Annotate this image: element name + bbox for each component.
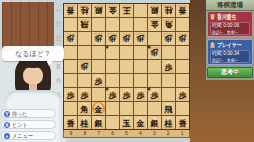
opponent-clock: 時間 0:00:06 秒読/-- 考慮/-- xyxy=(210,22,250,35)
square-2七[interactable] xyxy=(162,88,175,101)
square-6一[interactable]: 金 xyxy=(106,4,119,17)
player-clock: 時間 0:00:34 秒読/-- 考慮/-- xyxy=(210,50,250,63)
square-7三[interactable]: 歩 xyxy=(92,32,105,45)
square-3二[interactable]: 金 xyxy=(148,18,161,31)
square-5六[interactable] xyxy=(120,74,133,87)
square-4八[interactable] xyxy=(134,102,147,115)
file-label: 8 xyxy=(78,130,92,137)
square-5三[interactable]: 歩 xyxy=(120,32,133,45)
square-4五[interactable] xyxy=(134,60,147,73)
square-7八[interactable]: 金 xyxy=(92,102,105,115)
file-label: 3 xyxy=(147,130,161,137)
file-label: 7 xyxy=(92,130,106,137)
piece-歩: 歩 xyxy=(177,89,188,101)
square-2六[interactable] xyxy=(162,74,175,87)
x-button-icon: X xyxy=(4,122,10,128)
piece-歩: 歩 xyxy=(93,75,104,87)
thinking-status-bar: 思考中 xyxy=(207,67,253,78)
square-9五[interactable] xyxy=(64,60,77,73)
square-5八[interactable] xyxy=(120,102,133,115)
piece-歩: 歩 xyxy=(135,33,146,45)
piece-歩: 歩 xyxy=(177,33,188,45)
piece-銀: 銀 xyxy=(149,5,160,17)
file-label: 1 xyxy=(175,130,189,137)
square-8九[interactable]: 桂 xyxy=(78,116,91,129)
piece-歩: 歩 xyxy=(65,33,76,45)
piece-歩: 歩 xyxy=(65,89,76,101)
file-label: 2 xyxy=(161,130,175,137)
square-1四[interactable] xyxy=(176,46,189,59)
piece-飛: 飛 xyxy=(79,19,90,31)
speech-bubble-tail xyxy=(46,59,54,66)
square-7一[interactable]: 銀 xyxy=(92,4,105,17)
square-8八[interactable]: 角 xyxy=(78,102,91,115)
square-4二[interactable] xyxy=(134,18,147,31)
square-5七[interactable]: 歩 xyxy=(120,88,133,101)
piece-歩: 歩 xyxy=(107,33,118,45)
sente-piece-icon xyxy=(210,42,215,48)
player-time-label: 時間 xyxy=(212,51,222,57)
square-9七[interactable]: 歩 xyxy=(64,88,77,101)
piece-銀: 銀 xyxy=(93,117,104,129)
square-2八[interactable]: 飛 xyxy=(162,102,175,115)
piece-桂: 桂 xyxy=(79,117,90,129)
piece-金: 金 xyxy=(149,19,160,31)
y-button-icon: Y xyxy=(4,111,10,117)
file-label: 4 xyxy=(133,130,147,137)
app-window: 一二三四五六七八九 香桂銀金王銀桂香飛金角歩歩歩歩歩歩歩歩歩歩歩歩歩歩歩歩歩歩角… xyxy=(0,0,254,142)
hoshi-dot xyxy=(106,88,109,91)
square-1六[interactable] xyxy=(176,74,189,87)
square-2二[interactable]: 角 xyxy=(162,18,175,31)
square-2一[interactable]: 桂 xyxy=(162,4,175,17)
square-1五[interactable] xyxy=(176,60,189,73)
file-label: 6 xyxy=(106,130,120,137)
menu-button-label: メニュー xyxy=(12,132,33,140)
undo-button-label: 待った xyxy=(12,110,28,118)
square-1七[interactable]: 歩 xyxy=(176,88,189,101)
square-8二[interactable]: 飛 xyxy=(78,18,91,31)
square-5二[interactable] xyxy=(120,18,133,31)
player-time-value: 0:00:34 xyxy=(223,51,239,57)
piece-歩: 歩 xyxy=(163,33,174,45)
square-8六[interactable] xyxy=(78,74,91,87)
piece-銀: 銀 xyxy=(149,117,160,129)
square-7五[interactable] xyxy=(92,60,105,73)
square-7九[interactable]: 銀 xyxy=(92,116,105,129)
piece-歩: 歩 xyxy=(149,47,160,59)
rank-label: 二 xyxy=(56,17,62,31)
square-1三[interactable]: 歩 xyxy=(176,32,189,45)
square-8四[interactable] xyxy=(78,46,91,59)
square-6三[interactable]: 歩 xyxy=(106,32,119,45)
square-7七[interactable] xyxy=(92,88,105,101)
square-6八[interactable] xyxy=(106,102,119,115)
square-9二[interactable] xyxy=(64,18,77,31)
square-8三[interactable] xyxy=(78,32,91,45)
file-label: 9 xyxy=(64,130,78,137)
plus-button-icon: + xyxy=(4,133,10,139)
square-2五[interactable]: 歩 xyxy=(162,60,175,73)
piece-角: 角 xyxy=(163,19,174,31)
player-panel: プレイヤー 時間 0:00:34 秒読/-- 考慮/-- xyxy=(207,39,253,65)
piece-歩: 歩 xyxy=(79,61,90,73)
hint-button[interactable]: X ヒント xyxy=(1,120,56,129)
piece-歩: 歩 xyxy=(79,89,90,101)
square-6二[interactable] xyxy=(106,18,119,31)
shogi-board: 一二三四五六七八九 香桂銀金王銀桂香飛金角歩歩歩歩歩歩歩歩歩歩歩歩歩歩歩歩歩歩角… xyxy=(63,3,190,138)
opponent-time-label: 時間 xyxy=(212,23,222,29)
gote-piece-icon xyxy=(210,14,215,20)
square-8一[interactable]: 桂 xyxy=(78,4,91,17)
piece-歩: 歩 xyxy=(163,61,174,73)
piece-玉: 玉 xyxy=(121,117,132,129)
square-1一[interactable]: 香 xyxy=(176,4,189,17)
avatar-face xyxy=(23,66,43,85)
square-1二[interactable] xyxy=(176,18,189,31)
square-3五[interactable] xyxy=(148,60,161,73)
hoshi-dot xyxy=(148,88,151,91)
square-8七[interactable]: 歩 xyxy=(78,88,91,101)
piece-歩: 歩 xyxy=(107,89,118,101)
piece-歩: 歩 xyxy=(93,33,104,45)
rank-label: 三 xyxy=(56,31,62,45)
square-5九[interactable]: 玉 xyxy=(120,116,133,129)
square-2九[interactable]: 桂 xyxy=(162,116,175,129)
board-grid: 香桂銀金王銀桂香飛金角歩歩歩歩歩歩歩歩歩歩歩歩歩歩歩歩歩歩角金飛香桂銀玉金銀桂香 xyxy=(63,3,190,130)
square-7四[interactable] xyxy=(92,46,105,59)
square-7二[interactable] xyxy=(92,18,105,31)
player-byoyomi: 秒読/-- 考慮/-- xyxy=(212,58,234,63)
wood-cabinet xyxy=(2,2,54,51)
square-6六[interactable] xyxy=(106,74,119,87)
square-9三[interactable]: 歩 xyxy=(64,32,77,45)
piece-桂: 桂 xyxy=(163,117,174,129)
square-4六[interactable] xyxy=(134,74,147,87)
square-4四[interactable] xyxy=(134,46,147,59)
square-5五[interactable] xyxy=(120,60,133,73)
opponent-panel: 香川愛生 時間 0:00:06 秒読/-- 考慮/-- xyxy=(207,11,253,37)
rank-label: 一 xyxy=(56,3,62,17)
square-5一[interactable]: 王 xyxy=(120,4,133,17)
square-9九[interactable]: 香 xyxy=(64,116,77,129)
piece-桂: 桂 xyxy=(79,5,90,17)
square-5四[interactable] xyxy=(120,46,133,59)
hint-button-label: ヒント xyxy=(12,121,28,129)
opponent-name: 香川愛生 xyxy=(217,13,236,22)
piece-王: 王 xyxy=(121,5,132,17)
square-8五[interactable]: 歩 xyxy=(78,60,91,73)
piece-金: 金 xyxy=(107,5,118,17)
square-9四[interactable] xyxy=(64,46,77,59)
square-6九[interactable] xyxy=(106,116,119,129)
file-label: 5 xyxy=(120,130,134,137)
square-4一[interactable] xyxy=(134,4,147,17)
hoshi-dot xyxy=(148,46,151,49)
square-9八[interactable] xyxy=(64,102,77,115)
hoshi-dot xyxy=(106,46,109,49)
square-3六[interactable] xyxy=(148,74,161,87)
piece-金: 金 xyxy=(135,117,146,129)
square-3一[interactable]: 銀 xyxy=(148,4,161,17)
piece-金: 金 xyxy=(93,103,104,115)
thinking-status-text: 思考中 xyxy=(221,68,239,77)
piece-角: 角 xyxy=(79,103,90,115)
square-9六[interactable] xyxy=(64,74,77,87)
speech-bubble-text: なるほど？ xyxy=(15,49,51,59)
undo-button[interactable]: Y 待った xyxy=(1,109,56,118)
opponent-byoyomi: 秒読/-- 考慮/-- xyxy=(212,30,234,35)
square-4七[interactable]: 歩 xyxy=(134,88,147,101)
piece-桂: 桂 xyxy=(163,5,174,17)
speech-bubble: なるほど？ xyxy=(2,46,64,61)
square-7六[interactable]: 歩 xyxy=(92,74,105,87)
menu-button[interactable]: + メニュー xyxy=(1,131,56,140)
square-1八[interactable] xyxy=(176,102,189,115)
piece-香: 香 xyxy=(65,5,76,17)
file-labels: 987654321 xyxy=(63,130,190,138)
opponent-time-value: 0:00:06 xyxy=(223,23,239,29)
piece-香: 香 xyxy=(177,5,188,17)
square-4九[interactable]: 金 xyxy=(134,116,147,129)
square-4三[interactable]: 歩 xyxy=(134,32,147,45)
square-2三[interactable]: 歩 xyxy=(162,32,175,45)
piece-歩: 歩 xyxy=(135,89,146,101)
player-name: プレイヤー xyxy=(217,41,241,50)
piece-歩: 歩 xyxy=(121,33,132,45)
command-buttons: Y 待った X ヒント + メニュー xyxy=(1,109,56,140)
piece-香: 香 xyxy=(65,117,76,129)
piece-飛: 飛 xyxy=(163,103,174,115)
square-3九[interactable]: 銀 xyxy=(148,116,161,129)
square-1九[interactable]: 香 xyxy=(176,116,189,129)
square-6五[interactable] xyxy=(106,60,119,73)
square-9一[interactable]: 香 xyxy=(64,4,77,17)
square-2四[interactable] xyxy=(162,46,175,59)
mode-title: 将棋道場 xyxy=(206,0,254,11)
piece-歩: 歩 xyxy=(149,89,160,101)
square-3三[interactable] xyxy=(148,32,161,45)
piece-歩: 歩 xyxy=(121,89,132,101)
piece-香: 香 xyxy=(177,117,188,129)
piece-銀: 銀 xyxy=(93,5,104,17)
square-3八[interactable] xyxy=(148,102,161,115)
